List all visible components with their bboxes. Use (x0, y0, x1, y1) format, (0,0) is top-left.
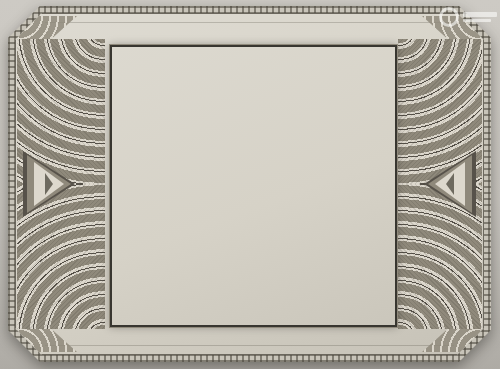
ornament-panel-left (17, 39, 105, 329)
bottom-border-groove (45, 345, 454, 346)
tray-border-field (15, 13, 484, 355)
ornament-panel-right (398, 39, 482, 329)
circle-logo-icon (439, 7, 459, 27)
watermark (439, 7, 497, 27)
top-border-groove (45, 22, 454, 23)
watermark-text (463, 12, 497, 22)
chess-board (110, 45, 397, 327)
silver-tray (8, 6, 491, 362)
